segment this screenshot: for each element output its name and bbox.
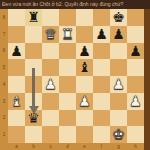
square-g5[interactable]	[110, 59, 127, 76]
square-f1[interactable]	[93, 126, 110, 143]
square-g2[interactable]	[110, 110, 127, 127]
white-rook-d7[interactable]: ♜	[61, 26, 74, 43]
square-h3[interactable]: ♟	[127, 93, 144, 110]
square-a3[interactable]: ♝	[8, 93, 25, 110]
square-d5[interactable]	[59, 59, 76, 76]
square-e1[interactable]	[76, 126, 93, 143]
board-right-border	[144, 9, 150, 150]
square-a4[interactable]	[8, 76, 25, 93]
rank-label-7: 7	[0, 32, 8, 37]
square-d1[interactable]	[59, 126, 76, 143]
square-h1[interactable]	[127, 126, 144, 143]
square-f4[interactable]	[93, 76, 110, 93]
square-g6[interactable]	[110, 43, 127, 60]
square-c1[interactable]	[42, 126, 59, 143]
rank-label-1: 1	[0, 132, 8, 137]
square-b8[interactable]: ♜	[25, 9, 42, 26]
square-c8[interactable]	[42, 9, 59, 26]
file-label-c: c	[42, 144, 59, 149]
square-h8[interactable]	[127, 9, 144, 26]
square-f3[interactable]	[93, 93, 110, 110]
square-c6[interactable]	[42, 43, 59, 60]
square-g1[interactable]: ♚	[110, 126, 127, 143]
square-d6[interactable]	[59, 43, 76, 60]
rank-label-6: 6	[0, 48, 8, 53]
square-h6[interactable]: ♟	[127, 43, 144, 60]
rank-label-3: 3	[0, 99, 8, 104]
file-label-f: f	[93, 144, 110, 149]
file-label-h: h	[127, 144, 144, 149]
square-e4[interactable]	[76, 76, 93, 93]
square-f7[interactable]: ♟	[93, 26, 110, 43]
file-label-e: e	[76, 144, 93, 149]
square-g7[interactable]: ♟	[110, 26, 127, 43]
move-arrow-head	[29, 106, 39, 114]
square-g8[interactable]: ♚	[110, 9, 127, 26]
rank-label-4: 4	[0, 82, 8, 87]
square-e8[interactable]	[76, 9, 93, 26]
white-king-g1[interactable]: ♚	[112, 126, 125, 143]
square-b7[interactable]	[25, 26, 42, 43]
square-f6[interactable]	[93, 43, 110, 60]
square-c7[interactable]: ♛	[42, 26, 59, 43]
file-label-b: b	[25, 144, 42, 149]
square-e7[interactable]	[76, 26, 93, 43]
square-e5[interactable]: ♝	[76, 59, 93, 76]
black-rook-b8[interactable]: ♜	[27, 9, 40, 26]
square-a7[interactable]	[8, 26, 25, 43]
square-e2[interactable]	[76, 110, 93, 127]
black-pawn-f7[interactable]: ♟	[95, 26, 108, 43]
white-pawn-g4[interactable]: ♟	[112, 76, 125, 93]
square-g3[interactable]	[110, 93, 127, 110]
square-h2[interactable]	[127, 110, 144, 127]
square-h4[interactable]	[127, 76, 144, 93]
square-a2[interactable]	[8, 110, 25, 127]
square-g4[interactable]: ♟	[110, 76, 127, 93]
square-a6[interactable]: ♟	[8, 43, 25, 60]
black-pawn-g7[interactable]: ♟	[112, 26, 125, 43]
rank-label-5: 5	[0, 65, 8, 70]
chess-board: ♜♚♛♜♟♟♟♟♟♝♟♟♝♟♟♛♚	[8, 9, 144, 143]
square-c4[interactable]: ♟	[42, 76, 59, 93]
black-pawn-a6[interactable]: ♟	[10, 43, 23, 60]
square-b1[interactable]	[25, 126, 42, 143]
square-f5[interactable]	[93, 59, 110, 76]
black-pawn-h6[interactable]: ♟	[129, 43, 142, 60]
square-h5[interactable]	[127, 59, 144, 76]
square-c3[interactable]	[42, 93, 59, 110]
black-pawn-e6[interactable]: ♟	[78, 43, 91, 60]
black-king-g8[interactable]: ♚	[112, 9, 125, 26]
file-label-g: g	[110, 144, 127, 149]
square-f2[interactable]	[93, 110, 110, 127]
puzzle-question: Đen vừa mới ăn Chốt ở b2. Quyết định này…	[0, 0, 150, 9]
white-bishop-a3[interactable]: ♝	[10, 93, 23, 110]
chess-puzzle-widget: Đen vừa mới ăn Chốt ở b2. Quyết định này…	[0, 0, 150, 150]
file-label-a: a	[8, 144, 25, 149]
square-d3[interactable]	[59, 93, 76, 110]
white-pawn-e3[interactable]: ♟	[78, 93, 91, 110]
square-a5[interactable]	[8, 59, 25, 76]
square-d8[interactable]	[59, 9, 76, 26]
white-queen-c7[interactable]: ♛	[44, 26, 57, 43]
square-a1[interactable]	[8, 126, 25, 143]
rank-label-2: 2	[0, 115, 8, 120]
square-c5[interactable]	[42, 59, 59, 76]
square-c2[interactable]	[42, 110, 59, 127]
square-e3[interactable]: ♟	[76, 93, 93, 110]
black-bishop-e5[interactable]: ♝	[78, 59, 91, 76]
move-arrow-shaft	[32, 68, 35, 106]
square-e6[interactable]: ♟	[76, 43, 93, 60]
square-f8[interactable]	[93, 9, 110, 26]
white-pawn-h3[interactable]: ♟	[129, 93, 142, 110]
square-d7[interactable]: ♜	[59, 26, 76, 43]
square-h7[interactable]	[127, 26, 144, 43]
square-d2[interactable]	[59, 110, 76, 127]
square-d4[interactable]	[59, 76, 76, 93]
square-a8[interactable]	[8, 9, 25, 26]
square-b6[interactable]	[25, 43, 42, 60]
rank-labels-gutter	[0, 9, 8, 143]
rank-label-8: 8	[0, 15, 8, 20]
white-pawn-c4[interactable]: ♟	[44, 76, 57, 93]
file-label-d: d	[59, 144, 76, 149]
